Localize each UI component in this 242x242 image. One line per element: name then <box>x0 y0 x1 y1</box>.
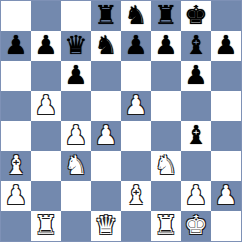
piece-black-king-g8[interactable]: ♚ <box>184 2 207 28</box>
square-f2[interactable] <box>151 181 181 211</box>
square-g4[interactable]: ♝ <box>181 121 211 151</box>
square-b2[interactable] <box>31 181 61 211</box>
square-e8[interactable]: ♞ <box>121 1 151 31</box>
square-e7[interactable]: ♟ <box>121 31 151 61</box>
square-f7[interactable]: ♟ <box>151 31 181 61</box>
piece-white-bishop-a3[interactable]: ♝ <box>4 152 27 178</box>
square-b4[interactable] <box>31 121 61 151</box>
square-h2[interactable]: ♟ <box>211 181 241 211</box>
square-g8[interactable]: ♚ <box>181 1 211 31</box>
piece-white-bishop-e2[interactable]: ♝ <box>124 182 147 208</box>
piece-white-king-g1[interactable]: ♚ <box>184 212 207 238</box>
square-c4[interactable]: ♟ <box>61 121 91 151</box>
square-f6[interactable] <box>151 61 181 91</box>
square-d8[interactable]: ♜ <box>91 1 121 31</box>
square-a6[interactable] <box>1 61 31 91</box>
piece-black-knight-e8[interactable]: ♞ <box>124 2 147 28</box>
piece-black-pawn-g6[interactable]: ♟ <box>184 62 207 88</box>
square-g1[interactable]: ♚ <box>181 211 211 241</box>
square-d1[interactable]: ♛ <box>91 211 121 241</box>
square-f3[interactable]: ♞ <box>151 151 181 181</box>
square-h6[interactable] <box>211 61 241 91</box>
piece-white-rook-b1[interactable]: ♜ <box>34 212 57 238</box>
piece-white-pawn-e5[interactable]: ♟ <box>124 92 147 118</box>
square-c2[interactable] <box>61 181 91 211</box>
piece-black-rook-d8[interactable]: ♜ <box>94 2 117 28</box>
square-e6[interactable] <box>121 61 151 91</box>
piece-white-knight-c3[interactable]: ♞ <box>64 152 87 178</box>
square-h8[interactable] <box>211 1 241 31</box>
square-e3[interactable] <box>121 151 151 181</box>
piece-black-pawn-e7[interactable]: ♟ <box>124 32 147 58</box>
square-d3[interactable] <box>91 151 121 181</box>
square-c1[interactable] <box>61 211 91 241</box>
square-d7[interactable]: ♞ <box>91 31 121 61</box>
square-a7[interactable]: ♟ <box>1 31 31 61</box>
square-a5[interactable] <box>1 91 31 121</box>
piece-white-pawn-c4[interactable]: ♟ <box>64 122 87 148</box>
square-h1[interactable] <box>211 211 241 241</box>
piece-white-pawn-d4[interactable]: ♟ <box>94 122 117 148</box>
square-d6[interactable] <box>91 61 121 91</box>
square-b5[interactable]: ♟ <box>31 91 61 121</box>
piece-white-pawn-h2[interactable]: ♟ <box>214 182 237 208</box>
square-g6[interactable]: ♟ <box>181 61 211 91</box>
piece-white-pawn-a2[interactable]: ♟ <box>4 182 27 208</box>
piece-black-pawn-a7[interactable]: ♟ <box>4 32 27 58</box>
square-b1[interactable]: ♜ <box>31 211 61 241</box>
square-h5[interactable] <box>211 91 241 121</box>
square-f4[interactable] <box>151 121 181 151</box>
piece-white-pawn-g2[interactable]: ♟ <box>184 182 207 208</box>
square-d4[interactable]: ♟ <box>91 121 121 151</box>
piece-white-pawn-b5[interactable]: ♟ <box>34 92 57 118</box>
square-d2[interactable] <box>91 181 121 211</box>
piece-white-knight-f3[interactable]: ♞ <box>154 152 177 178</box>
square-b3[interactable] <box>31 151 61 181</box>
piece-black-queen-c7[interactable]: ♛ <box>64 32 87 58</box>
square-c7[interactable]: ♛ <box>61 31 91 61</box>
square-c5[interactable] <box>61 91 91 121</box>
square-c8[interactable] <box>61 1 91 31</box>
square-h4[interactable] <box>211 121 241 151</box>
square-f8[interactable]: ♜ <box>151 1 181 31</box>
square-e4[interactable] <box>121 121 151 151</box>
square-h7[interactable]: ♟ <box>211 31 241 61</box>
piece-black-knight-d7[interactable]: ♞ <box>94 32 117 58</box>
square-e1[interactable] <box>121 211 151 241</box>
piece-white-queen-d1[interactable]: ♛ <box>94 212 117 238</box>
square-a4[interactable] <box>1 121 31 151</box>
square-g3[interactable] <box>181 151 211 181</box>
square-b6[interactable] <box>31 61 61 91</box>
square-c3[interactable]: ♞ <box>61 151 91 181</box>
piece-black-pawn-c6[interactable]: ♟ <box>64 62 87 88</box>
square-b7[interactable]: ♟ <box>31 31 61 61</box>
piece-black-bishop-g4[interactable]: ♝ <box>184 122 207 148</box>
square-a3[interactable]: ♝ <box>1 151 31 181</box>
piece-black-pawn-f7[interactable]: ♟ <box>154 32 177 58</box>
square-c6[interactable]: ♟ <box>61 61 91 91</box>
square-a8[interactable] <box>1 1 31 31</box>
square-f1[interactable]: ♜ <box>151 211 181 241</box>
piece-black-pawn-h7[interactable]: ♟ <box>214 32 237 58</box>
piece-black-bishop-g7[interactable]: ♝ <box>184 32 207 58</box>
square-a1[interactable] <box>1 211 31 241</box>
square-d5[interactable] <box>91 91 121 121</box>
square-b8[interactable] <box>31 1 61 31</box>
square-e2[interactable]: ♝ <box>121 181 151 211</box>
chess-board: ♜♞♜♚♟♟♛♞♟♟♝♟♟♟♟♟♟♟♝♝♞♞♟♝♟♟♜♛♜♚ <box>0 0 242 242</box>
square-h3[interactable] <box>211 151 241 181</box>
piece-black-rook-f8[interactable]: ♜ <box>154 2 177 28</box>
square-g7[interactable]: ♝ <box>181 31 211 61</box>
square-f5[interactable] <box>151 91 181 121</box>
square-g5[interactable] <box>181 91 211 121</box>
piece-white-rook-f1[interactable]: ♜ <box>154 212 177 238</box>
square-a2[interactable]: ♟ <box>1 181 31 211</box>
square-e5[interactable]: ♟ <box>121 91 151 121</box>
square-g2[interactable]: ♟ <box>181 181 211 211</box>
piece-black-pawn-b7[interactable]: ♟ <box>34 32 57 58</box>
